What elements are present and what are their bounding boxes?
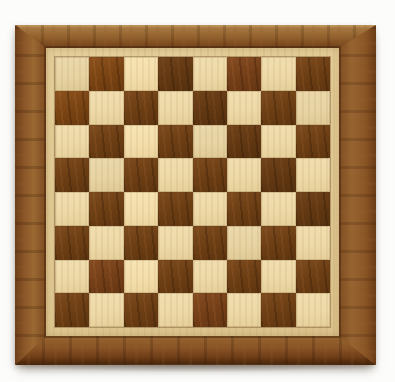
chess-board xyxy=(15,25,376,365)
square-f4 xyxy=(227,192,261,226)
board-margin xyxy=(46,48,339,336)
board-frame-bottom xyxy=(15,336,376,365)
square-f3 xyxy=(227,226,261,260)
square-d4 xyxy=(158,192,192,226)
square-c8 xyxy=(124,57,158,91)
square-b8 xyxy=(89,57,123,91)
square-b2 xyxy=(89,260,123,294)
square-c2 xyxy=(124,260,158,294)
square-b4 xyxy=(89,192,123,226)
board-grid xyxy=(55,57,330,327)
square-e3 xyxy=(193,226,227,260)
square-d2 xyxy=(158,260,192,294)
board-frame-left xyxy=(15,25,46,365)
square-h6 xyxy=(296,125,330,159)
square-h7 xyxy=(296,91,330,125)
square-b6 xyxy=(89,125,123,159)
board-frame-top xyxy=(15,25,376,48)
square-c6 xyxy=(124,125,158,159)
square-c1 xyxy=(124,293,158,327)
square-g3 xyxy=(261,226,295,260)
square-g6 xyxy=(261,125,295,159)
square-a5 xyxy=(55,158,89,192)
square-a7 xyxy=(55,91,89,125)
board-frame-right xyxy=(339,25,376,365)
square-a8 xyxy=(55,57,89,91)
square-f1 xyxy=(227,293,261,327)
square-f7 xyxy=(227,91,261,125)
square-c5 xyxy=(124,158,158,192)
square-b5 xyxy=(89,158,123,192)
square-h4 xyxy=(296,192,330,226)
square-e7 xyxy=(193,91,227,125)
square-c3 xyxy=(124,226,158,260)
square-e5 xyxy=(193,158,227,192)
square-h1 xyxy=(296,293,330,327)
square-a1 xyxy=(55,293,89,327)
square-g4 xyxy=(261,192,295,226)
square-e8 xyxy=(193,57,227,91)
square-b3 xyxy=(89,226,123,260)
square-c4 xyxy=(124,192,158,226)
square-g8 xyxy=(261,57,295,91)
square-d1 xyxy=(158,293,192,327)
square-g1 xyxy=(261,293,295,327)
square-e1 xyxy=(193,293,227,327)
square-d3 xyxy=(158,226,192,260)
square-g5 xyxy=(261,158,295,192)
square-b7 xyxy=(89,91,123,125)
square-g2 xyxy=(261,260,295,294)
square-e4 xyxy=(193,192,227,226)
square-d8 xyxy=(158,57,192,91)
square-h5 xyxy=(296,158,330,192)
square-f8 xyxy=(227,57,261,91)
square-f2 xyxy=(227,260,261,294)
square-f6 xyxy=(227,125,261,159)
square-d7 xyxy=(158,91,192,125)
square-h2 xyxy=(296,260,330,294)
square-b1 xyxy=(89,293,123,327)
square-a3 xyxy=(55,226,89,260)
square-a6 xyxy=(55,125,89,159)
square-a2 xyxy=(55,260,89,294)
square-e2 xyxy=(193,260,227,294)
square-h3 xyxy=(296,226,330,260)
square-g7 xyxy=(261,91,295,125)
square-e6 xyxy=(193,125,227,159)
photo-background xyxy=(0,0,395,382)
square-f5 xyxy=(227,158,261,192)
square-h8 xyxy=(296,57,330,91)
square-a4 xyxy=(55,192,89,226)
square-d5 xyxy=(158,158,192,192)
square-c7 xyxy=(124,91,158,125)
square-d6 xyxy=(158,125,192,159)
